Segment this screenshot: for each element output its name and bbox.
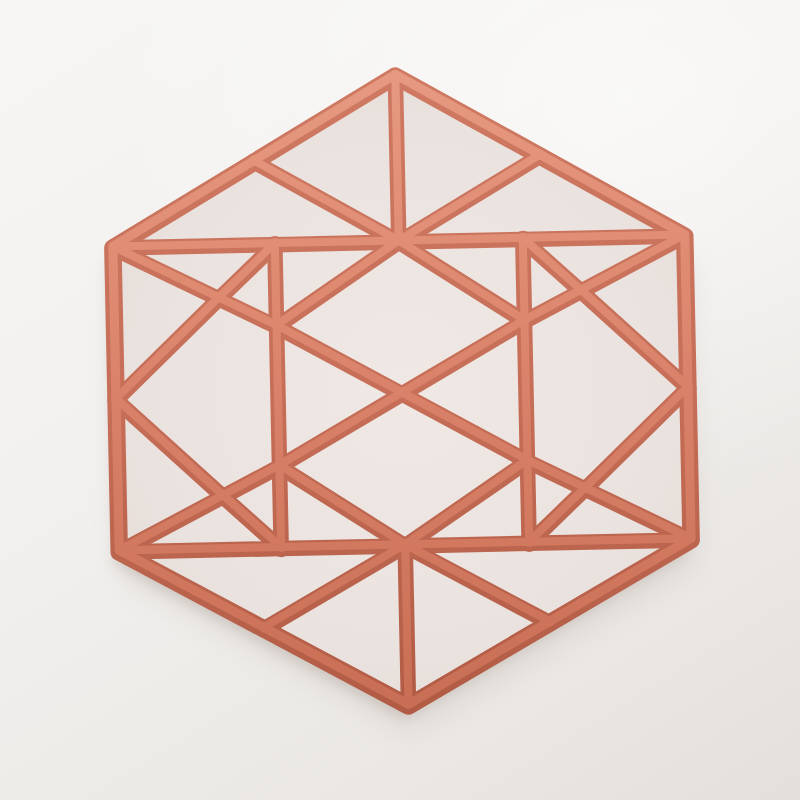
strut-face-spoke-top (395, 74, 398, 240)
strut-face-spoke-bottom (405, 544, 408, 704)
photo-stage (0, 0, 800, 800)
trivet (0, 0, 800, 800)
